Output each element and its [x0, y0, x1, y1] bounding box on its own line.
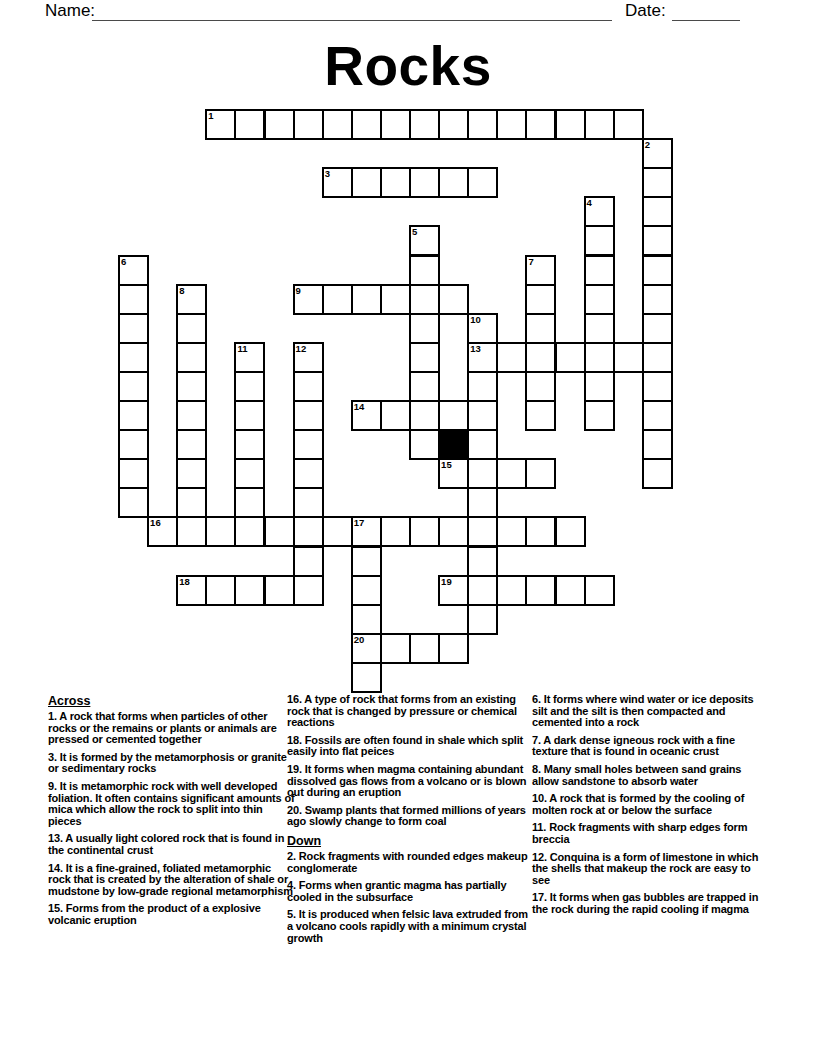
grid-cell-r13c12[interactable]: [467, 487, 498, 518]
grid-cell-r10c4[interactable]: [234, 400, 265, 431]
grid-cell-r14c12[interactable]: [467, 516, 498, 547]
grid-cell-r7c12[interactable]: 10: [467, 313, 498, 344]
grid-cell-r10c12[interactable]: [467, 400, 498, 431]
grid-cell-r10c6[interactable]: [293, 400, 324, 431]
grid-cell-r1c18[interactable]: 2: [642, 138, 673, 169]
grid-cell-r0c7[interactable]: [322, 109, 353, 140]
clue-number-8: 8: [179, 285, 184, 296]
grid-cell-r7c16[interactable]: [584, 313, 615, 344]
grid-cell-r7c10[interactable]: [409, 313, 440, 344]
grid-cell-r10c10[interactable]: [409, 400, 440, 431]
grid-cell-r17c8[interactable]: [351, 604, 382, 635]
grid-cell-r0c14[interactable]: [525, 109, 556, 140]
clue-number-5: 5: [412, 226, 417, 237]
grid-cell-r4c10[interactable]: 5: [409, 225, 440, 256]
grid-cell-r14c13[interactable]: [496, 516, 527, 547]
grid-cell-r12c13[interactable]: [496, 458, 527, 489]
grid-cell-r15c6[interactable]: [293, 546, 324, 577]
clue-number-12: 12: [296, 343, 307, 354]
grid-cell-r12c6[interactable]: [293, 458, 324, 489]
grid-cell-r16c2[interactable]: 18: [176, 575, 207, 606]
grid-cell-r14c10[interactable]: [409, 516, 440, 547]
grid-cell-r0c12[interactable]: [467, 109, 498, 140]
grid-cell-r16c14[interactable]: [525, 575, 556, 606]
grid-cell-r6c16[interactable]: [584, 284, 615, 315]
grid-cell-r7c14[interactable]: [525, 313, 556, 344]
grid-cell-r10c18[interactable]: [642, 400, 673, 431]
grid-cell-r12c4[interactable]: [234, 458, 265, 489]
grid-cell-r0c8[interactable]: [351, 109, 382, 140]
grid-cell-r2c8[interactable]: [351, 167, 382, 198]
grid-cell-r6c14[interactable]: [525, 284, 556, 315]
grid-cell-r10c2[interactable]: [176, 400, 207, 431]
clue-number-19: 19: [441, 576, 452, 587]
grid-cell-r9c2[interactable]: [176, 371, 207, 402]
grid-cell-r14c11[interactable]: [438, 516, 469, 547]
grid-cell-r4c18[interactable]: [642, 225, 673, 256]
grid-cell-r16c13[interactable]: [496, 575, 527, 606]
grid-cell-r6c7[interactable]: [322, 284, 353, 315]
grid-cell-r14c14[interactable]: [525, 516, 556, 547]
grid-cell-r9c16[interactable]: [584, 371, 615, 402]
grid-cell-r7c2[interactable]: [176, 313, 207, 344]
grid-cell-r18c8[interactable]: 20: [351, 633, 382, 664]
grid-cell-r2c9[interactable]: [380, 167, 411, 198]
grid-cell-r14c8[interactable]: 17: [351, 516, 382, 547]
grid-cell-r10c0[interactable]: [118, 400, 149, 431]
grid-cell-r19c8[interactable]: [351, 662, 382, 693]
grid-cell-r6c2[interactable]: 8: [176, 284, 207, 315]
grid-cell-r14c1[interactable]: 16: [147, 516, 178, 547]
clue-across-19: 19. It forms when magma containing abund…: [287, 764, 530, 799]
grid-cell-r16c8[interactable]: [351, 575, 382, 606]
grid-cell-r5c14[interactable]: 7: [525, 255, 556, 286]
grid-cell-r0c3[interactable]: 1: [205, 109, 236, 140]
clue-down-7: 7. A dark dense igneous rock with a fine…: [532, 735, 770, 758]
clue-number-2: 2: [645, 139, 650, 150]
grid-cell-r10c11[interactable]: [438, 400, 469, 431]
grid-cell-r12c2[interactable]: [176, 458, 207, 489]
grid-cell-r15c8[interactable]: [351, 546, 382, 577]
grid-cell-r12c0[interactable]: [118, 458, 149, 489]
grid-cell-r11c6[interactable]: [293, 429, 324, 460]
clue-down-10: 10. A rock that is formed by the cooling…: [532, 793, 770, 816]
grid-cell-r12c12[interactable]: [467, 458, 498, 489]
grid-cell-r9c6[interactable]: [293, 371, 324, 402]
grid-cell-r13c2[interactable]: [176, 487, 207, 518]
grid-cell-r3c18[interactable]: [642, 196, 673, 227]
grid-cell-r0c9[interactable]: [380, 109, 411, 140]
grid-cell-r14c9[interactable]: [380, 516, 411, 547]
clue-down-4: 4. Forms when grantic magma has partiall…: [287, 880, 530, 903]
clue-down-2: 2. Rock fragments with rounded edges mak…: [287, 851, 530, 874]
grid-cell-r11c18[interactable]: [642, 429, 673, 460]
grid-cell-r0c10[interactable]: [409, 109, 440, 140]
grid-cell-r10c14[interactable]: [525, 400, 556, 431]
clue-down-12: 12. Conquina is a form of limestone in w…: [532, 852, 770, 887]
clue-number-7: 7: [528, 256, 533, 267]
grid-cell-r11c12[interactable]: [467, 429, 498, 460]
clue-number-11: 11: [237, 343, 247, 354]
grid-cell-r5c10[interactable]: [409, 255, 440, 286]
grid-cell-r14c4[interactable]: [234, 516, 265, 547]
name-input-line[interactable]: [92, 2, 612, 21]
clue-number-13: 13: [470, 343, 481, 354]
clue-number-18: 18: [179, 576, 190, 587]
grid-cell-r8c0[interactable]: [118, 342, 149, 373]
grid-cell-r11c10[interactable]: [409, 429, 440, 460]
clue-across-3: 3. It is formed by the metamorphosis or …: [48, 752, 295, 775]
clue-down-8: 8. Many small holes between sand grains …: [532, 764, 770, 787]
grid-cell-r2c10[interactable]: [409, 167, 440, 198]
grid-cell-r6c11[interactable]: [438, 284, 469, 315]
grid-cell-r0c11[interactable]: [438, 109, 469, 140]
grid-cell-r9c0[interactable]: [118, 371, 149, 402]
grid-cell-r6c9[interactable]: [380, 284, 411, 315]
clue-column-1: Across1. A rock that forms when particle…: [48, 694, 295, 933]
clue-number-15: 15: [441, 459, 452, 470]
grid-cell-r16c11[interactable]: 19: [438, 575, 469, 606]
grid-cell-r18c11[interactable]: [438, 633, 469, 664]
grid-cell-r16c6[interactable]: [293, 575, 324, 606]
clue-number-6: 6: [121, 256, 126, 267]
grid-cell-r5c16[interactable]: [584, 255, 615, 286]
grid-cell-r0c4[interactable]: [234, 109, 265, 140]
grid-cell-r10c16[interactable]: [584, 400, 615, 431]
grid-cell-r8c13[interactable]: [496, 342, 527, 373]
grid-cell-r8c10[interactable]: [409, 342, 440, 373]
clue-across-20: 20. Swamp plants that formed millions of…: [287, 805, 530, 828]
grid-cell-r14c3[interactable]: [205, 516, 236, 547]
grid-cell-r13c0[interactable]: [118, 487, 149, 518]
grid-cell-r12c14[interactable]: [525, 458, 556, 489]
grid-cell-r8c2[interactable]: [176, 342, 207, 373]
clue-across-18: 18. Fossils are often found in shale whi…: [287, 735, 530, 758]
grid-cell-r8c4[interactable]: 11: [234, 342, 265, 373]
clue-across-13: 13. A usually light colored rock that is…: [48, 833, 295, 856]
grid-cell-r8c6[interactable]: 12: [293, 342, 324, 373]
clue-number-17: 17: [354, 517, 365, 528]
grid-cell-r2c11[interactable]: [438, 167, 469, 198]
grid-cell-r6c6[interactable]: 9: [293, 284, 324, 315]
grid-cell-r6c18[interactable]: [642, 284, 673, 315]
grid-cell-r7c0[interactable]: [118, 313, 149, 344]
grid-cell-r16c3[interactable]: [205, 575, 236, 606]
name-label: Name:: [45, 1, 95, 21]
clue-number-9: 9: [296, 285, 301, 296]
grid-cell-r8c17[interactable]: [613, 342, 644, 373]
down-header: Down: [287, 834, 530, 848]
black-cell: [438, 429, 469, 460]
grid-cell-r10c9[interactable]: [380, 400, 411, 431]
grid-cell-r9c14[interactable]: [525, 371, 556, 402]
clue-across-16: 16. A type of rock that forms from an ex…: [287, 694, 530, 729]
grid-cell-r16c5[interactable]: [264, 575, 295, 606]
grid-cell-r11c0[interactable]: [118, 429, 149, 460]
grid-cell-r5c18[interactable]: [642, 255, 673, 286]
grid-cell-r4c16[interactable]: [584, 225, 615, 256]
grid-cell-r2c18[interactable]: [642, 167, 673, 198]
grid-cell-r5c0[interactable]: 6: [118, 255, 149, 286]
grid-cell-r14c6[interactable]: [293, 516, 324, 547]
puzzle-title: Rocks: [0, 34, 816, 98]
across-header: Across: [48, 694, 295, 708]
grid-cell-r16c15[interactable]: [555, 575, 586, 606]
grid-cell-r18c10[interactable]: [409, 633, 440, 664]
grid-cell-r0c15[interactable]: [555, 109, 586, 140]
grid-cell-r14c2[interactable]: [176, 516, 207, 547]
grid-cell-r14c7[interactable]: [322, 516, 353, 547]
grid-cell-r8c15[interactable]: [555, 342, 586, 373]
clue-column-2: 16. A type of rock that forms from an ex…: [287, 694, 530, 950]
clue-across-15: 15. Forms from the product of a explosiv…: [48, 903, 295, 926]
grid-cell-r0c6[interactable]: [293, 109, 324, 140]
grid-cell-r0c5[interactable]: [264, 109, 295, 140]
grid-cell-r9c4[interactable]: [234, 371, 265, 402]
grid-cell-r11c4[interactable]: [234, 429, 265, 460]
grid-cell-r0c13[interactable]: [496, 109, 527, 140]
grid-cell-r8c18[interactable]: [642, 342, 673, 373]
clue-number-16: 16: [150, 517, 161, 528]
clue-number-20: 20: [354, 634, 365, 645]
grid-cell-r15c12[interactable]: [467, 546, 498, 577]
grid-cell-r13c6[interactable]: [293, 487, 324, 518]
crossword-worksheet: Name: Date: Rocks 1234567891011121314151…: [0, 0, 816, 1056]
clue-across-9: 9. It is metamorphic rock with well deve…: [48, 781, 295, 827]
date-input-line[interactable]: [672, 2, 740, 21]
clue-down-5: 5. It is produced when felsic lava extru…: [287, 909, 530, 944]
grid-cell-r14c15[interactable]: [555, 516, 586, 547]
grid-cell-r16c4[interactable]: [234, 575, 265, 606]
grid-cell-r6c10[interactable]: [409, 284, 440, 315]
clue-number-4: 4: [587, 197, 592, 208]
clue-number-1: 1: [208, 110, 213, 121]
grid-cell-r0c17[interactable]: [613, 109, 644, 140]
grid-cell-r11c2[interactable]: [176, 429, 207, 460]
grid-cell-r6c8[interactable]: [351, 284, 382, 315]
grid-cell-r0c16[interactable]: [584, 109, 615, 140]
grid-cell-r16c16[interactable]: [584, 575, 615, 606]
grid-cell-r10c8[interactable]: 14: [351, 400, 382, 431]
grid-cell-r2c12[interactable]: [467, 167, 498, 198]
clue-across-14: 14. It is a fine-grained, foliated metam…: [48, 863, 295, 898]
clue-number-14: 14: [354, 401, 365, 412]
grid-cell-r14c5[interactable]: [264, 516, 295, 547]
grid-cell-r9c18[interactable]: [642, 371, 673, 402]
grid-cell-r8c12[interactable]: 13: [467, 342, 498, 373]
grid-cell-r9c12[interactable]: [467, 371, 498, 402]
grid-cell-r2c7[interactable]: 3: [322, 167, 353, 198]
clue-across-1: 1. A rock that forms when particles of o…: [48, 711, 295, 746]
clue-number-10: 10: [470, 314, 481, 325]
grid-cell-r3c16[interactable]: 4: [584, 196, 615, 227]
clue-down-6: 6. It forms where wind water or ice depo…: [532, 694, 770, 729]
grid-cell-r7c18[interactable]: [642, 313, 673, 344]
grid-cell-r12c11[interactable]: 15: [438, 458, 469, 489]
clue-down-11: 11. Rock fragments with sharp edges form…: [532, 822, 770, 845]
clue-down-17: 17. It forms when gas bubbles are trappe…: [532, 892, 770, 915]
clue-number-3: 3: [325, 168, 330, 179]
grid-cell-r17c12[interactable]: [467, 604, 498, 635]
grid-cell-r8c14[interactable]: [525, 342, 556, 373]
grid-cell-r6c0[interactable]: [118, 284, 149, 315]
grid-cell-r9c10[interactable]: [409, 371, 440, 402]
grid-cell-r12c18[interactable]: [642, 458, 673, 489]
clue-column-3: 6. It forms where wind water or ice depo…: [532, 694, 770, 922]
grid-cell-r13c4[interactable]: [234, 487, 265, 518]
grid-cell-r18c9[interactable]: [380, 633, 411, 664]
date-label: Date:: [625, 1, 666, 21]
grid-cell-r16c12[interactable]: [467, 575, 498, 606]
grid-cell-r8c16[interactable]: [584, 342, 615, 373]
